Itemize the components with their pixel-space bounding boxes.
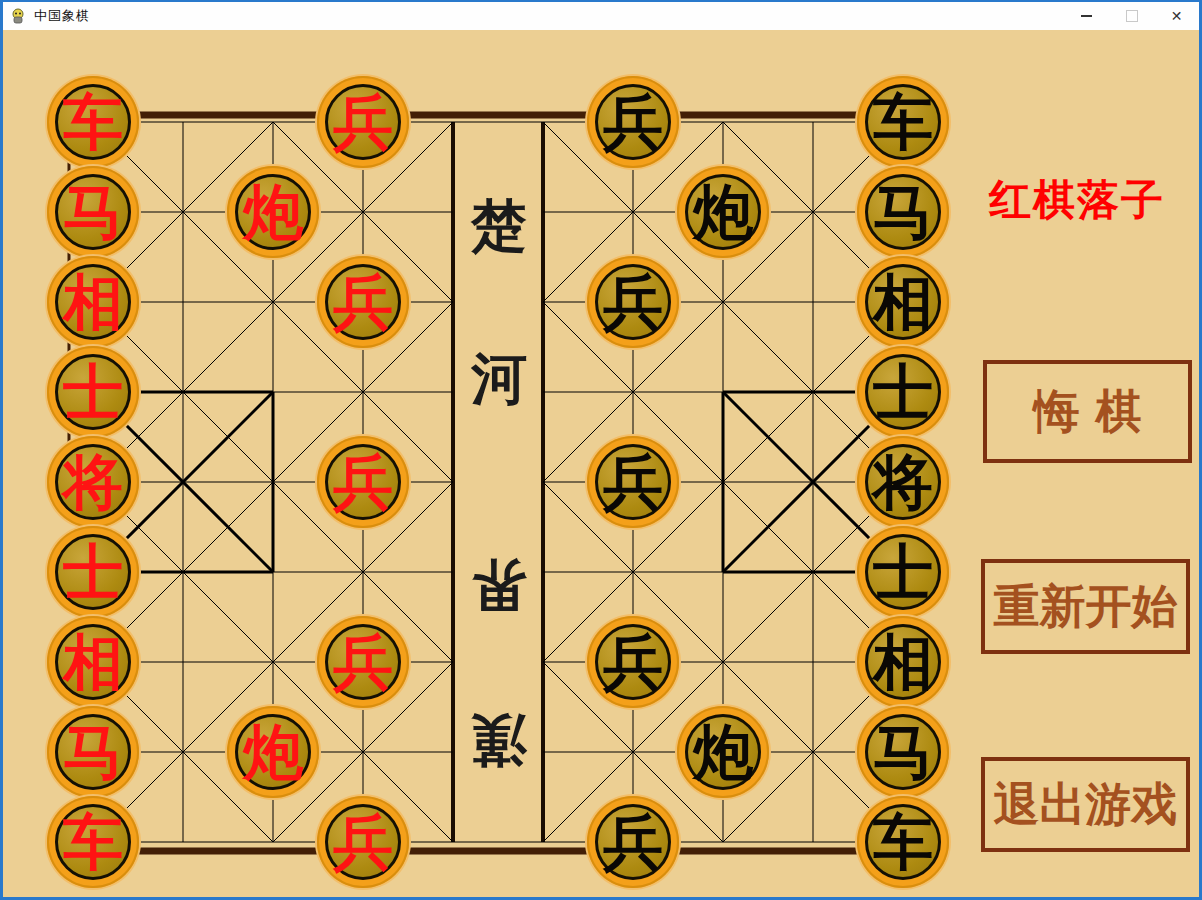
piece-glyph: 车 [63,812,123,872]
piece-glyph: 兵 [603,812,663,872]
piece-red-c0-r1[interactable]: 马 [47,166,139,258]
piece-black-c9-r8[interactable]: 车 [857,796,949,888]
turn-status-label: 红棋落子 [989,172,1165,228]
piece-black-c9-r5[interactable]: 士 [857,526,949,618]
piece-glyph: 士 [873,542,933,602]
piece-red-c2-r7[interactable]: 炮 [227,706,319,798]
piece-red-c3-r4[interactable]: 兵 [317,436,409,528]
watermark-text: https://blog.csdn.net/hwt1070359898 [841,896,1202,900]
piece-black-c7-r7[interactable]: 炮 [677,706,769,798]
piece-red-c0-r3[interactable]: 士 [47,346,139,438]
restart-game-button[interactable]: 重新开始 [981,559,1190,654]
title-bar: 中国象棋 ✕ [3,2,1199,30]
piece-black-c9-r4[interactable]: 将 [857,436,949,528]
piece-glyph: 相 [873,632,933,692]
piece-red-c0-r7[interactable]: 马 [47,706,139,798]
piece-glyph: 车 [873,812,933,872]
piece-red-c2-r1[interactable]: 炮 [227,166,319,258]
piece-red-c0-r0[interactable]: 车 [47,76,139,168]
piece-glyph: 马 [873,182,933,242]
river-char-0: 楚 [471,189,527,265]
piece-glyph: 车 [63,92,123,152]
piece-glyph: 炮 [693,182,753,242]
close-button[interactable]: ✕ [1154,2,1199,30]
piece-glyph: 兵 [603,272,663,332]
piece-glyph: 兵 [333,92,393,152]
piece-red-c0-r8[interactable]: 车 [47,796,139,888]
piece-red-c3-r0[interactable]: 兵 [317,76,409,168]
piece-glyph: 兵 [603,632,663,692]
piece-glyph: 马 [63,182,123,242]
piece-red-c0-r4[interactable]: 将 [47,436,139,528]
piece-glyph: 将 [63,452,123,512]
piece-black-c9-r2[interactable]: 相 [857,256,949,348]
piece-glyph: 士 [63,542,123,602]
maximize-icon [1126,10,1138,22]
piece-black-c7-r1[interactable]: 炮 [677,166,769,258]
piece-red-c0-r6[interactable]: 相 [47,616,139,708]
piece-black-c6-r6[interactable]: 兵 [587,616,679,708]
piece-black-c9-r7[interactable]: 马 [857,706,949,798]
river-char-2: 界 [471,546,527,622]
maximize-button[interactable] [1109,2,1154,30]
quit-game-label: 退出游戏 [994,774,1178,836]
piece-glyph: 炮 [243,182,303,242]
piece-glyph: 马 [873,722,933,782]
app-window: 楚河界漢 https://blog.csdn.net/hwt1070359898… [0,0,1202,900]
river-char-3: 漢 [471,701,527,777]
window-title: 中国象棋 [34,7,90,25]
undo-move-button[interactable]: 悔 棋 [983,360,1192,463]
piece-red-c0-r2[interactable]: 相 [47,256,139,348]
piece-glyph: 士 [873,362,933,422]
minimize-icon [1081,15,1092,17]
piece-black-c9-r3[interactable]: 士 [857,346,949,438]
close-icon: ✕ [1171,9,1183,23]
piece-glyph: 相 [63,272,123,332]
river-char-1: 河 [471,342,527,418]
restart-game-label: 重新开始 [994,576,1178,638]
piece-glyph: 炮 [693,722,753,782]
piece-glyph: 兵 [603,92,663,152]
piece-black-c6-r8[interactable]: 兵 [587,796,679,888]
undo-move-label: 悔 棋 [1033,381,1141,443]
piece-glyph: 士 [63,362,123,422]
minimize-button[interactable] [1064,2,1109,30]
piece-glyph: 兵 [333,812,393,872]
piece-red-c3-r8[interactable]: 兵 [317,796,409,888]
piece-glyph: 兵 [333,452,393,512]
piece-glyph: 马 [63,722,123,782]
piece-glyph: 兵 [603,452,663,512]
piece-black-c6-r4[interactable]: 兵 [587,436,679,528]
piece-red-c3-r6[interactable]: 兵 [317,616,409,708]
piece-glyph: 相 [873,272,933,332]
piece-glyph: 炮 [243,722,303,782]
piece-black-c9-r1[interactable]: 马 [857,166,949,258]
app-icon [10,8,26,24]
piece-glyph: 兵 [333,272,393,332]
piece-glyph: 相 [63,632,123,692]
quit-game-button[interactable]: 退出游戏 [981,757,1190,852]
piece-glyph: 车 [873,92,933,152]
game-area: 楚河界漢 https://blog.csdn.net/hwt1070359898… [3,30,1199,897]
piece-red-c3-r2[interactable]: 兵 [317,256,409,348]
piece-red-c0-r5[interactable]: 士 [47,526,139,618]
piece-glyph: 将 [873,452,933,512]
piece-black-c6-r2[interactable]: 兵 [587,256,679,348]
piece-black-c9-r6[interactable]: 相 [857,616,949,708]
piece-glyph: 兵 [333,632,393,692]
piece-black-c9-r0[interactable]: 车 [857,76,949,168]
piece-black-c6-r0[interactable]: 兵 [587,76,679,168]
